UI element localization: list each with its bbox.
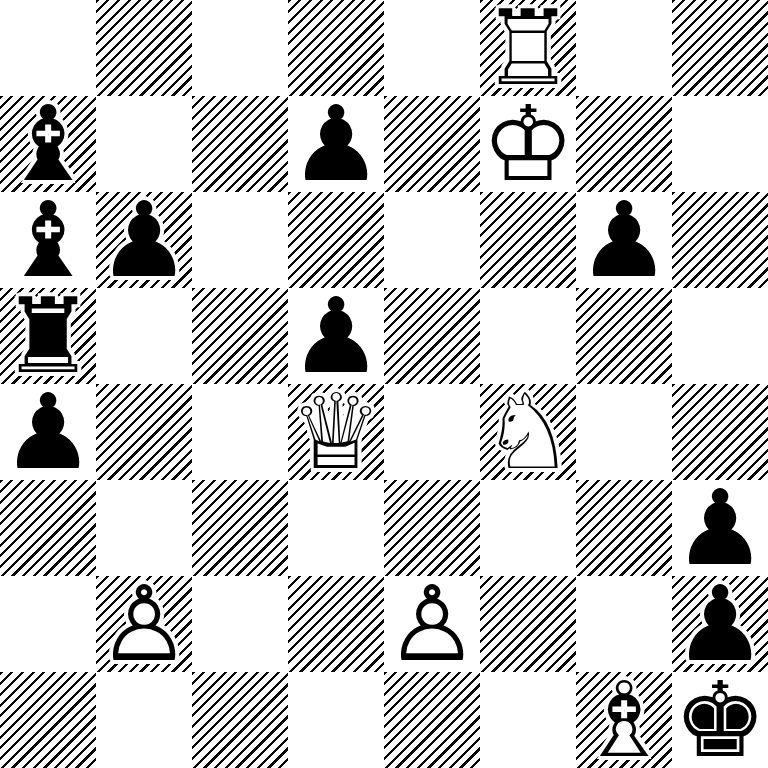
square-d1[interactable] — [288, 672, 384, 768]
square-f1[interactable] — [480, 672, 576, 768]
square-a7[interactable]: ♝♝ — [0, 96, 96, 192]
piece-white-king[interactable]: ♚♔ — [480, 96, 576, 192]
black-pawn-glyph: ♟ — [0, 384, 96, 480]
square-c7[interactable] — [192, 96, 288, 192]
square-c1[interactable] — [192, 672, 288, 768]
square-g7[interactable] — [576, 96, 672, 192]
square-c6[interactable] — [192, 192, 288, 288]
square-f4[interactable]: ♞♘ — [480, 384, 576, 480]
square-h6[interactable] — [672, 192, 768, 288]
square-f2[interactable] — [480, 576, 576, 672]
square-e3[interactable] — [384, 480, 480, 576]
square-a8[interactable] — [0, 0, 96, 96]
square-b1[interactable] — [96, 672, 192, 768]
square-e1[interactable] — [384, 672, 480, 768]
square-e6[interactable] — [384, 192, 480, 288]
white-pawn-glyph: ♙ — [384, 576, 480, 672]
white-knight-glyph: ♘ — [480, 384, 576, 480]
square-b4[interactable] — [96, 384, 192, 480]
square-g6[interactable]: ♟♟ — [576, 192, 672, 288]
black-pawn-glyph: ♟ — [288, 288, 384, 384]
square-g1[interactable]: ♝♗ — [576, 672, 672, 768]
piece-black-pawn[interactable]: ♟♟ — [672, 480, 768, 576]
piece-black-bishop[interactable]: ♝♝ — [0, 96, 96, 192]
piece-black-king[interactable]: ♚♚ — [672, 672, 768, 768]
piece-black-rook[interactable]: ♜♜ — [0, 288, 96, 384]
square-f5[interactable] — [480, 288, 576, 384]
square-f8[interactable]: ♜♖ — [480, 0, 576, 96]
square-e7[interactable] — [384, 96, 480, 192]
piece-black-pawn[interactable]: ♟♟ — [96, 192, 192, 288]
square-d2[interactable] — [288, 576, 384, 672]
square-h1[interactable]: ♚♚ — [672, 672, 768, 768]
square-a5[interactable]: ♜♜ — [0, 288, 96, 384]
piece-black-pawn[interactable]: ♟♟ — [672, 576, 768, 672]
square-h8[interactable] — [672, 0, 768, 96]
square-h5[interactable] — [672, 288, 768, 384]
square-f3[interactable] — [480, 480, 576, 576]
square-c3[interactable] — [192, 480, 288, 576]
square-c4[interactable] — [192, 384, 288, 480]
white-king-glyph: ♔ — [480, 96, 576, 192]
black-king-glyph: ♚ — [672, 672, 768, 768]
square-h7[interactable] — [672, 96, 768, 192]
square-b8[interactable] — [96, 0, 192, 96]
black-pawn-glyph: ♟ — [96, 192, 192, 288]
black-rook-glyph: ♜ — [0, 288, 96, 384]
piece-black-pawn[interactable]: ♟♟ — [288, 96, 384, 192]
piece-black-pawn[interactable]: ♟♟ — [0, 384, 96, 480]
piece-white-pawn[interactable]: ♟♙ — [384, 576, 480, 672]
square-e8[interactable] — [384, 0, 480, 96]
square-d7[interactable]: ♟♟ — [288, 96, 384, 192]
square-a1[interactable] — [0, 672, 96, 768]
square-f7[interactable]: ♚♔ — [480, 96, 576, 192]
square-h2[interactable]: ♟♟ — [672, 576, 768, 672]
piece-white-bishop[interactable]: ♝♗ — [576, 672, 672, 768]
white-rook-glyph: ♖ — [480, 0, 576, 96]
square-d6[interactable] — [288, 192, 384, 288]
square-a2[interactable] — [0, 576, 96, 672]
square-d5[interactable]: ♟♟ — [288, 288, 384, 384]
piece-white-pawn[interactable]: ♟♙ — [96, 576, 192, 672]
chess-board: ♜♖♝♝♟♟♚♔♝♝♟♟♟♟♜♜♟♟♟♟♛♕♞♘♟♟♟♙♟♙♟♟♝♗♚♚ — [0, 0, 768, 768]
square-a4[interactable]: ♟♟ — [0, 384, 96, 480]
piece-white-queen[interactable]: ♛♕ — [288, 384, 384, 480]
square-d3[interactable] — [288, 480, 384, 576]
black-pawn-glyph: ♟ — [288, 96, 384, 192]
black-pawn-glyph: ♟ — [576, 192, 672, 288]
square-h4[interactable] — [672, 384, 768, 480]
white-queen-glyph: ♕ — [288, 384, 384, 480]
black-pawn-glyph: ♟ — [672, 576, 768, 672]
square-b6[interactable]: ♟♟ — [96, 192, 192, 288]
square-b5[interactable] — [96, 288, 192, 384]
square-b2[interactable]: ♟♙ — [96, 576, 192, 672]
piece-white-rook[interactable]: ♜♖ — [480, 0, 576, 96]
black-bishop-glyph: ♝ — [0, 96, 96, 192]
square-g2[interactable] — [576, 576, 672, 672]
square-a3[interactable] — [0, 480, 96, 576]
piece-black-bishop[interactable]: ♝♝ — [0, 192, 96, 288]
square-f6[interactable] — [480, 192, 576, 288]
square-g3[interactable] — [576, 480, 672, 576]
piece-black-pawn[interactable]: ♟♟ — [288, 288, 384, 384]
square-c2[interactable] — [192, 576, 288, 672]
piece-black-pawn[interactable]: ♟♟ — [576, 192, 672, 288]
square-e5[interactable] — [384, 288, 480, 384]
square-c8[interactable] — [192, 0, 288, 96]
square-e2[interactable]: ♟♙ — [384, 576, 480, 672]
square-e4[interactable] — [384, 384, 480, 480]
square-g8[interactable] — [576, 0, 672, 96]
white-pawn-glyph: ♙ — [96, 576, 192, 672]
square-b3[interactable] — [96, 480, 192, 576]
black-bishop-glyph: ♝ — [0, 192, 96, 288]
square-d8[interactable] — [288, 0, 384, 96]
square-c5[interactable] — [192, 288, 288, 384]
square-d4[interactable]: ♛♕ — [288, 384, 384, 480]
piece-white-knight[interactable]: ♞♘ — [480, 384, 576, 480]
black-pawn-glyph: ♟ — [672, 480, 768, 576]
square-g4[interactable] — [576, 384, 672, 480]
square-h3[interactable]: ♟♟ — [672, 480, 768, 576]
square-b7[interactable] — [96, 96, 192, 192]
square-a6[interactable]: ♝♝ — [0, 192, 96, 288]
square-g5[interactable] — [576, 288, 672, 384]
white-bishop-glyph: ♗ — [576, 672, 672, 768]
